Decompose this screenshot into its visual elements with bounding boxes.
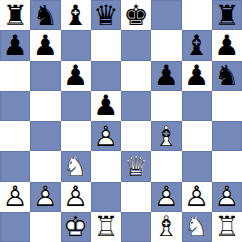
white-piece-outline-glyph: ♕	[121, 151, 151, 181]
square-d7[interactable]	[91, 30, 121, 60]
white-piece-outline-glyph: ♙	[212, 182, 242, 212]
square-a4[interactable]	[0, 121, 30, 151]
black-piece-fill-glyph: ♟	[61, 61, 91, 91]
square-e7[interactable]	[121, 30, 151, 60]
square-b6[interactable]	[30, 61, 60, 91]
square-f5[interactable]	[151, 91, 181, 121]
black-piece-fill-glyph: ♜	[212, 0, 242, 30]
square-d1[interactable]: ♜♖	[91, 212, 121, 242]
square-c3[interactable]: ♞♘	[61, 151, 91, 181]
white-piece-outline-glyph: ♙	[61, 182, 91, 212]
square-e1[interactable]	[121, 212, 151, 242]
square-h4[interactable]	[212, 121, 242, 151]
piece-black-pawn: ♟	[182, 61, 212, 91]
square-c1[interactable]: ♚♔	[61, 212, 91, 242]
piece-white-rook: ♜♖	[212, 212, 242, 242]
piece-black-rook: ♜	[0, 0, 30, 30]
black-piece-fill-glyph: ♞	[212, 61, 242, 91]
square-b5[interactable]	[30, 91, 60, 121]
square-e8[interactable]: ♚	[121, 0, 151, 30]
square-b7[interactable]: ♟	[30, 30, 60, 60]
white-piece-outline-glyph: ♘	[61, 151, 91, 181]
square-d3[interactable]	[91, 151, 121, 181]
piece-white-bishop: ♝♗	[151, 121, 181, 151]
square-h3[interactable]	[212, 151, 242, 181]
white-piece-outline-glyph: ♖	[212, 212, 242, 242]
piece-black-pawn: ♟	[30, 30, 60, 60]
piece-white-rook: ♜♖	[91, 212, 121, 242]
square-g6[interactable]: ♟	[182, 61, 212, 91]
piece-white-queen: ♛♕	[121, 151, 151, 181]
square-c4[interactable]	[61, 121, 91, 151]
black-piece-fill-glyph: ♜	[0, 0, 30, 30]
black-piece-fill-glyph: ♞	[30, 0, 60, 30]
square-e6[interactable]	[121, 61, 151, 91]
white-piece-outline-glyph: ♗	[151, 212, 181, 242]
black-piece-fill-glyph: ♝	[182, 30, 212, 60]
square-f3[interactable]	[151, 151, 181, 181]
square-c2[interactable]: ♟♙	[61, 182, 91, 212]
piece-white-knight: ♞♘	[182, 212, 212, 242]
square-a6[interactable]	[0, 61, 30, 91]
square-e3[interactable]: ♛♕	[121, 151, 151, 181]
white-piece-outline-glyph: ♖	[91, 212, 121, 242]
square-h8[interactable]: ♜	[212, 0, 242, 30]
piece-black-rook: ♜	[212, 0, 242, 30]
square-b2[interactable]: ♟♙	[30, 182, 60, 212]
white-piece-outline-glyph: ♙	[0, 182, 30, 212]
square-f2[interactable]: ♟♙	[151, 182, 181, 212]
piece-black-pawn: ♟	[151, 61, 181, 91]
square-c6[interactable]: ♟	[61, 61, 91, 91]
white-piece-outline-glyph: ♗	[151, 121, 181, 151]
piece-black-bishop: ♝	[182, 30, 212, 60]
square-g8[interactable]	[182, 0, 212, 30]
square-f4[interactable]: ♝♗	[151, 121, 181, 151]
square-d8[interactable]: ♛	[91, 0, 121, 30]
piece-white-pawn: ♟♙	[212, 182, 242, 212]
square-f8[interactable]	[151, 0, 181, 30]
piece-black-pawn: ♟	[61, 61, 91, 91]
square-h1[interactable]: ♜♖	[212, 212, 242, 242]
piece-white-pawn: ♟♙	[30, 182, 60, 212]
black-piece-fill-glyph: ♛	[91, 0, 121, 30]
piece-white-pawn: ♟♙	[0, 182, 30, 212]
piece-white-pawn: ♟♙	[91, 121, 121, 151]
square-f6[interactable]: ♟	[151, 61, 181, 91]
black-piece-fill-glyph: ♟	[182, 61, 212, 91]
square-f7[interactable]	[151, 30, 181, 60]
square-b4[interactable]	[30, 121, 60, 151]
square-h7[interactable]: ♟	[212, 30, 242, 60]
piece-black-bishop: ♝	[61, 0, 91, 30]
piece-white-bishop: ♝♗	[151, 212, 181, 242]
square-g3[interactable]	[182, 151, 212, 181]
piece-white-pawn: ♟♙	[61, 182, 91, 212]
square-c7[interactable]	[61, 30, 91, 60]
black-piece-fill-glyph: ♟	[0, 30, 30, 60]
square-d5[interactable]: ♟	[91, 91, 121, 121]
square-g5[interactable]	[182, 91, 212, 121]
piece-white-pawn: ♟♙	[151, 182, 181, 212]
square-a7[interactable]: ♟	[0, 30, 30, 60]
square-h5[interactable]	[212, 91, 242, 121]
square-c5[interactable]	[61, 91, 91, 121]
piece-black-king: ♚	[121, 0, 151, 30]
square-g4[interactable]	[182, 121, 212, 151]
white-piece-outline-glyph: ♙	[91, 121, 121, 151]
white-piece-outline-glyph: ♙	[30, 182, 60, 212]
square-a8[interactable]: ♜	[0, 0, 30, 30]
square-a1[interactable]	[0, 212, 30, 242]
piece-black-knight: ♞	[30, 0, 60, 30]
black-piece-fill-glyph: ♟	[91, 91, 121, 121]
square-e5[interactable]	[121, 91, 151, 121]
square-b1[interactable]	[30, 212, 60, 242]
square-b8[interactable]: ♞	[30, 0, 60, 30]
white-piece-outline-glyph: ♘	[182, 212, 212, 242]
piece-black-pawn: ♟	[91, 91, 121, 121]
piece-black-pawn: ♟	[212, 30, 242, 60]
square-e2[interactable]	[121, 182, 151, 212]
square-h2[interactable]: ♟♙	[212, 182, 242, 212]
square-f1[interactable]: ♝♗	[151, 212, 181, 242]
piece-white-knight: ♞♘	[61, 151, 91, 181]
square-b3[interactable]	[30, 151, 60, 181]
chess-board: ♜♞♝♛♚♜♟♟♝♟♟♟♟♞♟♟♙♝♗♞♘♛♕♟♙♟♙♟♙♟♙♟♙♟♙♚♔♜♖♝…	[0, 0, 242, 242]
piece-black-pawn: ♟	[0, 30, 30, 60]
square-a5[interactable]	[0, 91, 30, 121]
square-a2[interactable]: ♟♙	[0, 182, 30, 212]
black-piece-fill-glyph: ♚	[121, 0, 151, 30]
black-piece-fill-glyph: ♟	[30, 30, 60, 60]
square-d4[interactable]: ♟♙	[91, 121, 121, 151]
square-e4[interactable]	[121, 121, 151, 151]
square-g7[interactable]: ♝	[182, 30, 212, 60]
white-piece-outline-glyph: ♙	[151, 182, 181, 212]
piece-black-knight: ♞	[212, 61, 242, 91]
square-c8[interactable]: ♝	[61, 0, 91, 30]
white-piece-outline-glyph: ♙	[182, 182, 212, 212]
black-piece-fill-glyph: ♟	[151, 61, 181, 91]
square-g1[interactable]: ♞♘	[182, 212, 212, 242]
white-piece-outline-glyph: ♔	[61, 212, 91, 242]
square-d6[interactable]	[91, 61, 121, 91]
square-g2[interactable]: ♟♙	[182, 182, 212, 212]
black-piece-fill-glyph: ♟	[212, 30, 242, 60]
piece-white-pawn: ♟♙	[182, 182, 212, 212]
piece-black-queen: ♛	[91, 0, 121, 30]
square-d2[interactable]	[91, 182, 121, 212]
black-piece-fill-glyph: ♝	[61, 0, 91, 30]
square-h6[interactable]: ♞	[212, 61, 242, 91]
piece-white-king: ♚♔	[61, 212, 91, 242]
square-a3[interactable]	[0, 151, 30, 181]
